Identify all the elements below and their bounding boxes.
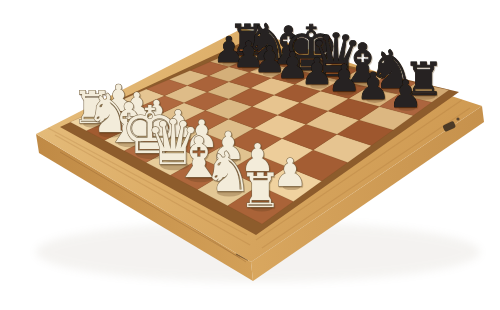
black-pawn-b7: ♟ — [357, 64, 390, 108]
clasp-pin — [456, 117, 459, 120]
chess-set-photo: ♜♞♟♝♟♚♟♛♟♝♟♞♟♜♟♟♟♟♜♟♞♟♝♟♚♟♛♟♝♟♞♜ — [0, 0, 500, 310]
chessboard-photo-canvas: ♜♞♟♝♟♚♟♛♟♝♟♞♟♜♟♟♟♟♜♟♞♟♝♟♚♟♛♟♝♟♞♜ — [0, 0, 500, 310]
white-rook-a1: ♜ — [239, 163, 281, 218]
black-pawn-a7: ♟ — [389, 72, 423, 116]
